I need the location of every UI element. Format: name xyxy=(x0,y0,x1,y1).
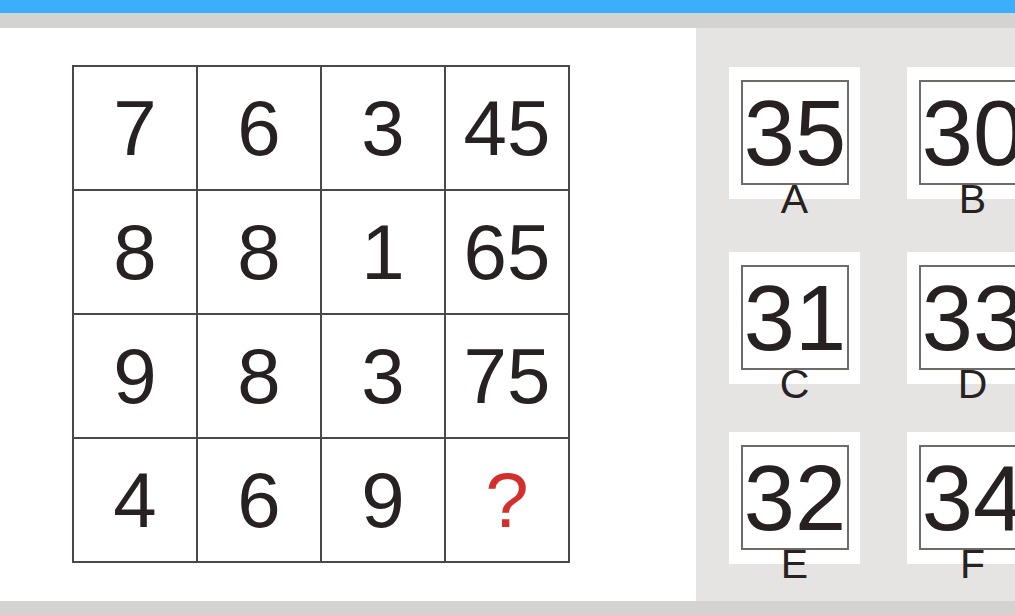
option-E[interactable]: 32 E xyxy=(729,432,860,564)
top-blue-bar xyxy=(0,0,1015,13)
option-C-box: 31 xyxy=(741,265,849,370)
option-C-value: 31 xyxy=(744,272,846,364)
option-A-label: A xyxy=(729,179,860,220)
grid-cell-r3c1: 9 xyxy=(74,315,196,437)
grid-cell-r1c2: 6 xyxy=(198,67,320,189)
grid-cell-r3c3: 3 xyxy=(322,315,444,437)
option-E-label: E xyxy=(729,544,860,585)
grid-cell-r3c2: 8 xyxy=(198,315,320,437)
grid-cell-r1c3: 3 xyxy=(322,67,444,189)
missing-cell-question-mark: ? xyxy=(446,439,568,561)
option-D-box: 33 xyxy=(919,265,1015,370)
option-D-label: D xyxy=(907,364,1015,405)
option-C[interactable]: 31 C xyxy=(729,252,860,384)
option-C-label: C xyxy=(729,364,860,405)
option-E-box: 32 xyxy=(741,445,849,550)
option-D[interactable]: 33 D xyxy=(907,252,1015,384)
option-A[interactable]: 35 A xyxy=(729,67,860,199)
grid-cell-r1c4: 45 xyxy=(446,67,568,189)
option-D-value: 33 xyxy=(922,272,1015,364)
option-F-label: F xyxy=(907,544,1015,585)
option-F-value: 34 xyxy=(922,452,1015,544)
option-A-value: 35 xyxy=(744,87,846,179)
puzzle-grid: 7 6 3 45 8 8 1 65 9 8 3 75 4 6 9 ? xyxy=(72,65,570,563)
grid-cell-r4c3: 9 xyxy=(322,439,444,561)
answer-options-panel: 35 A 30 B 31 C 33 D 32 E xyxy=(696,28,1015,601)
grid-cell-r4c2: 6 xyxy=(198,439,320,561)
option-B-label: B xyxy=(907,179,1015,220)
option-A-box: 35 xyxy=(741,80,849,185)
puzzle-screen: 7 6 3 45 8 8 1 65 9 8 3 75 4 6 9 ? 35 A … xyxy=(0,0,1015,615)
bottom-gray-strip xyxy=(0,601,1015,615)
option-B-box: 30 xyxy=(919,80,1015,185)
grid-cell-r3c4: 75 xyxy=(446,315,568,437)
grid-cell-r2c4: 65 xyxy=(446,191,568,313)
top-gray-strip xyxy=(0,13,1015,28)
grid-cell-r4c1: 4 xyxy=(74,439,196,561)
grid-cell-r2c3: 1 xyxy=(322,191,444,313)
option-B[interactable]: 30 B xyxy=(907,67,1015,199)
option-F[interactable]: 34 F xyxy=(907,432,1015,564)
option-E-value: 32 xyxy=(744,452,846,544)
option-B-value: 30 xyxy=(922,87,1015,179)
option-F-box: 34 xyxy=(919,445,1015,550)
grid-cell-r2c2: 8 xyxy=(198,191,320,313)
grid-cell-r1c1: 7 xyxy=(74,67,196,189)
grid-cell-r2c1: 8 xyxy=(74,191,196,313)
